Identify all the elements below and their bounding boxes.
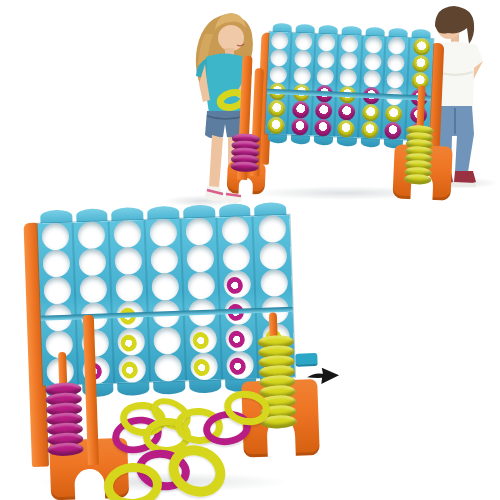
- product-photo-canvas: [0, 0, 500, 500]
- empty-hole: [316, 68, 334, 86]
- empty-hole: [271, 32, 289, 50]
- board-cell: [186, 352, 223, 380]
- yellow-disc: [361, 121, 379, 139]
- magenta-disc: [384, 122, 402, 140]
- board-cell: [313, 102, 337, 120]
- board-cell: [253, 215, 290, 243]
- empty-hole: [270, 49, 288, 67]
- board-cell: [109, 220, 146, 248]
- scallop: [118, 382, 150, 396]
- board-cell: [147, 273, 184, 301]
- empty-hole: [115, 274, 143, 302]
- board-cell: [409, 55, 433, 73]
- scallop: [254, 202, 286, 216]
- magenta-ring-stack: [230, 133, 260, 172]
- board-cell: [267, 66, 291, 84]
- board-cell: [312, 119, 336, 137]
- yellow-disc: [385, 105, 403, 123]
- board-cell: [181, 217, 218, 245]
- board-cell: [383, 105, 407, 123]
- empty-hole: [260, 269, 288, 297]
- annotation-arrow-icon: [305, 362, 342, 387]
- board-cell: [266, 100, 290, 118]
- empty-hole: [79, 275, 107, 303]
- board-cell: [38, 222, 75, 250]
- scallop: [183, 204, 215, 218]
- empty-hole: [293, 67, 311, 85]
- yellow-disc: [412, 55, 430, 73]
- empty-hole: [221, 216, 249, 244]
- yellow-disc: [267, 117, 285, 135]
- board-cell: [361, 70, 385, 88]
- board-cell: [269, 32, 293, 50]
- magenta-disc: [314, 119, 332, 137]
- empty-hole: [77, 221, 105, 249]
- empty-hole: [42, 250, 70, 278]
- empty-hole: [153, 327, 181, 355]
- background-game-unit: [228, 21, 458, 211]
- board-cell: [38, 249, 75, 277]
- scallop: [147, 206, 179, 220]
- board-cell: [217, 216, 254, 244]
- board-cell: [338, 52, 362, 70]
- scallop: [360, 138, 380, 148]
- yellow-disc: [117, 328, 145, 356]
- board-cell: [74, 248, 111, 276]
- board-cell: [110, 247, 147, 275]
- board-cell: [382, 122, 406, 140]
- magenta-ring-stack: [45, 382, 84, 456]
- yellow-ring-stack: [404, 125, 434, 185]
- scallop: [337, 137, 357, 147]
- board-cell: [183, 271, 220, 299]
- empty-hole: [149, 219, 177, 247]
- scallop: [291, 135, 311, 145]
- scallop: [314, 136, 334, 146]
- scallop: [219, 203, 251, 217]
- board-cell: [339, 35, 363, 53]
- empty-hole: [388, 37, 406, 55]
- empty-hole: [185, 218, 213, 246]
- scallop: [111, 207, 143, 221]
- yellow-disc: [118, 355, 146, 383]
- yellow-disc: [413, 38, 431, 56]
- board-cell: [291, 67, 315, 85]
- board-cell: [292, 33, 316, 51]
- empty-hole: [43, 277, 71, 305]
- scallop: [153, 381, 185, 395]
- magenta-disc: [315, 102, 333, 120]
- board-cell: [185, 325, 222, 353]
- magenta-disc: [338, 103, 356, 121]
- magenta-disc: [223, 270, 251, 298]
- board-cell: [39, 276, 76, 304]
- yellow-disc: [362, 104, 380, 122]
- yellow-ring: [404, 174, 431, 185]
- empty-hole: [364, 53, 382, 71]
- empty-hole: [341, 52, 359, 70]
- empty-hole: [78, 248, 106, 276]
- empty-hole: [340, 69, 358, 87]
- board-cell: [146, 246, 183, 274]
- board-cell: [336, 103, 360, 121]
- board-cell: [335, 120, 359, 138]
- board-cell: [145, 219, 182, 247]
- board-cell: [219, 270, 256, 298]
- empty-hole: [259, 242, 287, 270]
- board-cell: [360, 104, 384, 122]
- board-cell: [218, 243, 255, 271]
- board-cell: [75, 275, 112, 303]
- board-cell: [255, 269, 292, 297]
- yellow-disc: [190, 353, 218, 381]
- board-cell: [409, 38, 433, 56]
- board-cell: [182, 244, 219, 272]
- empty-hole: [113, 220, 141, 248]
- magenta-disc: [225, 324, 253, 352]
- empty-hole: [41, 223, 69, 251]
- empty-hole: [258, 215, 286, 243]
- board-cell: [254, 242, 291, 270]
- empty-hole: [317, 51, 335, 69]
- board-cell: [362, 53, 386, 71]
- board-cell: [114, 355, 151, 383]
- foreground-board-grid: [38, 215, 296, 386]
- empty-hole: [387, 54, 405, 72]
- board-cell: [292, 50, 316, 68]
- yellow-disc: [189, 326, 217, 354]
- yellow-disc: [338, 120, 356, 138]
- board-cell: [385, 54, 409, 72]
- empty-hole: [294, 33, 312, 51]
- scallop: [268, 134, 288, 144]
- empty-hole: [318, 34, 336, 52]
- board-cell: [359, 121, 383, 139]
- scallop: [189, 379, 221, 393]
- empty-hole: [154, 354, 182, 382]
- empty-hole: [151, 273, 179, 301]
- board-cell: [222, 351, 259, 379]
- empty-hole: [387, 71, 405, 89]
- scallop: [76, 208, 108, 222]
- board-cell: [384, 71, 408, 89]
- empty-hole: [222, 243, 250, 271]
- magenta-ring: [47, 442, 83, 456]
- board-cell: [74, 221, 111, 249]
- empty-hole: [363, 70, 381, 88]
- magenta-disc: [226, 351, 254, 379]
- board-cell: [111, 274, 148, 302]
- empty-hole: [186, 245, 214, 273]
- board-cell: [316, 34, 340, 52]
- board-cell: [113, 328, 150, 356]
- yellow-disc: [268, 100, 286, 118]
- board-cell: [221, 324, 258, 352]
- board-cell: [150, 354, 187, 382]
- board-cell: [289, 118, 313, 136]
- empty-hole: [150, 246, 178, 274]
- empty-hole: [114, 247, 142, 275]
- board-cell: [268, 49, 292, 67]
- board-cell: [338, 69, 362, 87]
- magenta-disc: [291, 101, 309, 119]
- board-cell: [149, 327, 186, 355]
- magenta-disc: [291, 118, 309, 136]
- board-cell: [315, 51, 339, 69]
- board-cell: [362, 36, 386, 54]
- magenta-ring: [230, 161, 258, 172]
- empty-hole: [341, 35, 359, 53]
- board-cell: [314, 68, 338, 86]
- empty-hole: [270, 66, 288, 84]
- scallop: [40, 209, 72, 223]
- board-cell: [289, 101, 313, 119]
- empty-hole: [365, 36, 383, 54]
- board-cell: [386, 37, 410, 55]
- empty-hole: [187, 272, 215, 300]
- empty-hole: [294, 50, 312, 68]
- board-cell: [265, 117, 289, 135]
